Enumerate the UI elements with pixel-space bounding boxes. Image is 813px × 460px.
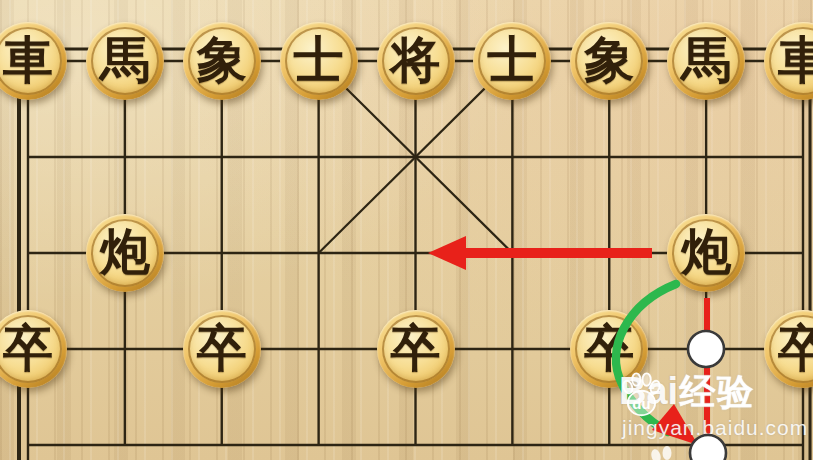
small-paw-fragment [650,448,662,460]
click-marker-point-2 [690,435,726,460]
xiangqi-board-screenshot: 車馬象士将士象馬車炮炮卒卒卒卒卒 Bai du 经验 jingyan.baidu… [0,0,813,460]
click-marker-point-1 [688,331,724,367]
small-paw-fragment [663,446,672,460]
click-markers-layer [0,0,813,460]
